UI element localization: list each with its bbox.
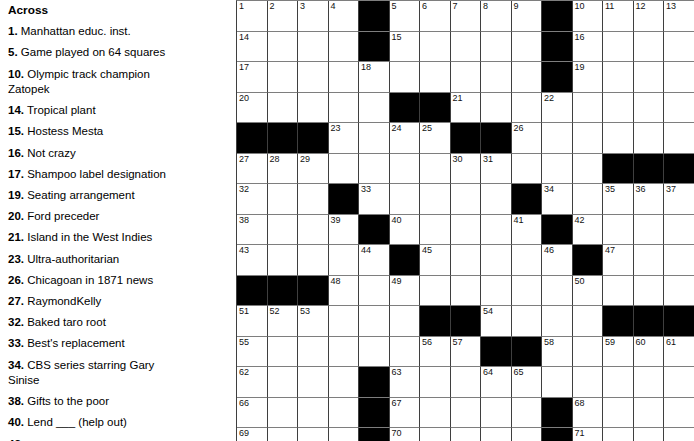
clue-17: 17. Shampoo label designation [8, 167, 186, 183]
cell-r11c11[interactable] [542, 306, 573, 337]
cell-r3c1[interactable]: 17 [237, 62, 268, 93]
cell-r5c8 [451, 123, 482, 154]
cell-r10c11[interactable] [542, 276, 573, 307]
cell-r15c14[interactable] [634, 428, 665, 441]
cell-r13c3[interactable] [298, 367, 329, 398]
cell-r11c12[interactable] [573, 306, 604, 337]
cell-r13c2[interactable] [268, 367, 299, 398]
cell-r3c3[interactable] [298, 62, 329, 93]
cell-number: 8 [483, 2, 488, 11]
cell-r4c6 [390, 93, 421, 124]
cell-r8c1[interactable]: 38 [237, 215, 268, 246]
cell-r15c9[interactable] [481, 428, 512, 441]
cell-r2c1[interactable]: 14 [237, 32, 268, 63]
cell-r1c9[interactable]: 8 [481, 1, 512, 32]
clue-33: 33. Best's replacement [8, 336, 186, 352]
cell-r15c8[interactable] [451, 428, 482, 441]
cell-number: 3 [300, 2, 305, 11]
cell-r2c15[interactable] [664, 32, 694, 63]
cell-number: 4 [331, 2, 336, 11]
cell-r6c10[interactable] [512, 154, 543, 185]
cell-r13c1[interactable]: 62 [237, 367, 268, 398]
cell-number: 47 [605, 246, 615, 255]
clue-number: 32. [8, 316, 24, 328]
cell-r11c3[interactable]: 53 [298, 306, 329, 337]
cell-number: 28 [270, 155, 280, 164]
cell-r12c6[interactable] [390, 337, 421, 368]
cell-number: 20 [239, 94, 249, 103]
clue-38: 38. Gifts to the poor [8, 394, 186, 410]
cell-number: 38 [239, 216, 249, 225]
cell-number: 29 [300, 155, 310, 164]
cell-r14c2[interactable] [268, 398, 299, 429]
cell-r10c6[interactable]: 49 [390, 276, 421, 307]
cell-number: 41 [514, 216, 524, 225]
cell-r15c12[interactable]: 71 [573, 428, 604, 441]
cell-r7c3[interactable] [298, 184, 329, 215]
cell-r5c13[interactable] [603, 123, 634, 154]
cell-number: 37 [666, 185, 676, 194]
cell-r9c11[interactable]: 46 [542, 245, 573, 276]
cell-r6c1[interactable]: 27 [237, 154, 268, 185]
cell-r11c1[interactable]: 51 [237, 306, 268, 337]
cell-r3c10[interactable] [512, 62, 543, 93]
cell-r7c15[interactable]: 37 [664, 184, 694, 215]
cell-r1c1[interactable]: 1 [237, 1, 268, 32]
cell-number: 54 [483, 307, 493, 316]
cell-r9c4[interactable] [329, 245, 360, 276]
cell-r6c3[interactable]: 29 [298, 154, 329, 185]
cell-r2c7[interactable] [420, 32, 451, 63]
cell-number: 62 [239, 368, 249, 377]
cell-r10c4[interactable]: 48 [329, 276, 360, 307]
cell-number: 30 [453, 155, 463, 164]
cell-r2c3[interactable] [298, 32, 329, 63]
cell-r3c11 [542, 62, 573, 93]
cell-r8c5 [359, 215, 390, 246]
clue-5: 5. Game played on 64 squares [8, 45, 186, 61]
cell-r8c7[interactable] [420, 215, 451, 246]
cell-r8c14[interactable] [634, 215, 665, 246]
cell-r12c9 [481, 337, 512, 368]
cell-r6c7[interactable] [420, 154, 451, 185]
cell-r4c11[interactable]: 22 [542, 93, 573, 124]
cell-r11c4[interactable] [329, 306, 360, 337]
cell-r4c13[interactable] [603, 93, 634, 124]
cell-r12c4[interactable] [329, 337, 360, 368]
across-heading: Across [8, 3, 186, 19]
cell-r15c10[interactable] [512, 428, 543, 441]
cell-r13c5 [359, 367, 390, 398]
cell-number: 17 [239, 63, 249, 72]
cell-r10c2 [268, 276, 299, 307]
cell-r15c1[interactable]: 69 [237, 428, 268, 441]
cell-r5c15[interactable] [664, 123, 694, 154]
cell-number: 18 [361, 63, 371, 72]
clue-number: 5. [8, 46, 18, 58]
cell-r7c5[interactable]: 33 [359, 184, 390, 215]
cell-r9c12 [573, 245, 604, 276]
cell-r4c10[interactable] [512, 93, 543, 124]
cell-r12c13[interactable]: 59 [603, 337, 634, 368]
cell-r1c15[interactable]: 13 [664, 1, 694, 32]
cell-r3c5[interactable]: 18 [359, 62, 390, 93]
cell-number: 50 [575, 277, 585, 286]
cell-r7c4 [329, 184, 360, 215]
cell-r14c4[interactable] [329, 398, 360, 429]
cell-r6c15 [664, 154, 694, 185]
cell-r3c4[interactable] [329, 62, 360, 93]
cell-number: 2 [270, 2, 275, 11]
clue-number: 42. [8, 438, 24, 441]
cell-r2c4[interactable] [329, 32, 360, 63]
cell-r6c5[interactable] [359, 154, 390, 185]
cell-r14c11 [542, 398, 573, 429]
cell-number: 53 [300, 307, 310, 316]
cell-r8c4[interactable]: 39 [329, 215, 360, 246]
cell-r11c15 [664, 306, 694, 337]
cell-r8c15[interactable] [664, 215, 694, 246]
cell-r1c2[interactable]: 2 [268, 1, 299, 32]
clue-number: 40. [8, 416, 24, 428]
cell-r8c12[interactable]: 42 [573, 215, 604, 246]
cell-r4c2[interactable] [268, 93, 299, 124]
cell-r5c11[interactable] [542, 123, 573, 154]
cell-r13c14[interactable] [634, 367, 665, 398]
cell-number: 45 [422, 246, 432, 255]
cell-r2c2[interactable] [268, 32, 299, 63]
cell-number: 22 [544, 94, 554, 103]
cell-number: 15 [392, 33, 402, 42]
cell-r7c7[interactable] [420, 184, 451, 215]
cell-r4c14[interactable] [634, 93, 665, 124]
cell-number: 10 [575, 2, 585, 11]
cell-r10c1 [237, 276, 268, 307]
cell-r2c14[interactable] [634, 32, 665, 63]
cell-r6c4[interactable] [329, 154, 360, 185]
clue-21: 21. Island in the West Indies [8, 230, 186, 246]
cell-r15c3[interactable] [298, 428, 329, 441]
clue-23: 23. Ultra-authoritarian [8, 252, 186, 268]
cell-r15c13[interactable] [603, 428, 634, 441]
cell-r3c7[interactable] [420, 62, 451, 93]
cell-r15c2[interactable] [268, 428, 299, 441]
cell-r2c8[interactable] [451, 32, 482, 63]
cell-r12c14[interactable]: 60 [634, 337, 665, 368]
cell-number: 27 [239, 155, 249, 164]
cell-r13c9[interactable]: 64 [481, 367, 512, 398]
cell-r12c5[interactable] [359, 337, 390, 368]
cell-r9c14[interactable] [634, 245, 665, 276]
cell-r15c11 [542, 428, 573, 441]
clue-number: 14. [8, 104, 24, 116]
cell-r4c15[interactable] [664, 93, 694, 124]
clue-16: 16. Not crazy [8, 146, 186, 162]
cell-r9c13[interactable]: 47 [603, 245, 634, 276]
cell-r11c9[interactable]: 54 [481, 306, 512, 337]
cell-r1c8[interactable]: 7 [451, 1, 482, 32]
cell-r9c10[interactable] [512, 245, 543, 276]
clue-number: 38. [8, 395, 24, 407]
cell-number: 52 [270, 307, 280, 316]
cell-r5c7[interactable]: 25 [420, 123, 451, 154]
cell-number: 7 [453, 2, 458, 11]
cell-number: 13 [666, 2, 676, 11]
clue-number: 19. [8, 189, 24, 201]
cell-r10c8[interactable] [451, 276, 482, 307]
cell-number: 32 [239, 185, 249, 194]
cell-r4c7 [420, 93, 451, 124]
cell-r15c15[interactable] [664, 428, 694, 441]
cell-r9c8[interactable] [451, 245, 482, 276]
cell-r9c9[interactable] [481, 245, 512, 276]
cell-r14c14[interactable] [634, 398, 665, 429]
cell-number: 9 [514, 2, 519, 11]
cell-r14c9[interactable] [481, 398, 512, 429]
cell-number: 40 [392, 216, 402, 225]
clue-number: 33. [8, 337, 24, 349]
clue-19: 19. Seating arrangement [8, 188, 186, 204]
cell-number: 61 [666, 338, 676, 347]
cell-number: 33 [361, 185, 371, 194]
cell-r8c10[interactable]: 41 [512, 215, 543, 246]
cell-r13c11[interactable] [542, 367, 573, 398]
cell-r4c5[interactable] [359, 93, 390, 124]
cell-number: 36 [636, 185, 646, 194]
cell-r10c7[interactable] [420, 276, 451, 307]
cell-r1c4[interactable]: 4 [329, 1, 360, 32]
clue-14: 14. Tropical plant [8, 103, 186, 119]
cell-r11c14 [634, 306, 665, 337]
cell-r14c1[interactable]: 66 [237, 398, 268, 429]
cell-number: 56 [422, 338, 432, 347]
cell-r12c7[interactable]: 56 [420, 337, 451, 368]
cell-r10c9[interactable] [481, 276, 512, 307]
cell-r3c13[interactable] [603, 62, 634, 93]
cell-r1c6[interactable]: 5 [390, 1, 421, 32]
cell-r14c6[interactable]: 67 [390, 398, 421, 429]
cell-r1c7[interactable]: 6 [420, 1, 451, 32]
cell-number: 14 [239, 33, 249, 42]
cell-r2c6[interactable]: 15 [390, 32, 421, 63]
cell-r5c5[interactable] [359, 123, 390, 154]
cell-r1c14[interactable]: 12 [634, 1, 665, 32]
cell-r7c6[interactable] [390, 184, 421, 215]
cell-r8c3[interactable] [298, 215, 329, 246]
cell-r10c14[interactable] [634, 276, 665, 307]
cell-r5c3 [298, 123, 329, 154]
cell-number: 69 [239, 429, 249, 438]
clue-10: 10. Olympic track champion Zatopek [8, 67, 186, 98]
cell-number: 35 [605, 185, 615, 194]
cell-r8c9[interactable] [481, 215, 512, 246]
cell-number: 59 [605, 338, 615, 347]
clue-number: 23. [8, 253, 24, 265]
clue-number: 17. [8, 168, 24, 180]
cell-r3c9[interactable] [481, 62, 512, 93]
cell-r7c8[interactable] [451, 184, 482, 215]
cell-r6c11[interactable] [542, 154, 573, 185]
cell-r10c13[interactable] [603, 276, 634, 307]
cell-r5c4[interactable]: 23 [329, 123, 360, 154]
cell-number: 42 [575, 216, 585, 225]
cell-r6c9[interactable]: 31 [481, 154, 512, 185]
cell-r8c11 [542, 215, 573, 246]
cell-r7c11[interactable]: 34 [542, 184, 573, 215]
cell-number: 5 [392, 2, 397, 11]
cell-r14c8[interactable] [451, 398, 482, 429]
cell-r5c10[interactable]: 26 [512, 123, 543, 154]
cell-r13c15[interactable] [664, 367, 694, 398]
cell-r11c8 [451, 306, 482, 337]
cell-number: 60 [636, 338, 646, 347]
cell-r12c10 [512, 337, 543, 368]
cell-r10c15[interactable] [664, 276, 694, 307]
clue-1: 1. Manhattan educ. inst. [8, 24, 186, 40]
cell-r12c12[interactable] [573, 337, 604, 368]
cell-r10c10[interactable] [512, 276, 543, 307]
cell-number: 51 [239, 307, 249, 316]
cell-r2c5 [359, 32, 390, 63]
cell-r9c15[interactable] [664, 245, 694, 276]
cell-r7c13[interactable]: 35 [603, 184, 634, 215]
cell-r5c6[interactable]: 24 [390, 123, 421, 154]
cell-r8c2[interactable] [268, 215, 299, 246]
cell-r14c3[interactable] [298, 398, 329, 429]
cell-r12c1[interactable]: 55 [237, 337, 268, 368]
cell-r3c6[interactable] [390, 62, 421, 93]
cell-r12c2[interactable] [268, 337, 299, 368]
cell-r1c13[interactable]: 11 [603, 1, 634, 32]
cell-r11c2[interactable]: 52 [268, 306, 299, 337]
cell-r7c2[interactable] [268, 184, 299, 215]
cell-r15c6[interactable]: 70 [390, 428, 421, 441]
cell-r7c14[interactable]: 36 [634, 184, 665, 215]
cell-number: 71 [575, 429, 585, 438]
cell-r4c1[interactable]: 20 [237, 93, 268, 124]
cell-r15c7[interactable] [420, 428, 451, 441]
cell-r1c3[interactable]: 3 [298, 1, 329, 32]
cell-r2c13[interactable] [603, 32, 634, 63]
cell-r9c2[interactable] [268, 245, 299, 276]
cell-number: 11 [605, 2, 614, 11]
cell-r3c8[interactable] [451, 62, 482, 93]
cell-r11c13 [603, 306, 634, 337]
cell-r13c13[interactable] [603, 367, 634, 398]
cell-r2c12[interactable]: 16 [573, 32, 604, 63]
cell-r11c6[interactable] [390, 306, 421, 337]
clue-15: 15. Hostess Mesta [8, 124, 186, 140]
cell-number: 16 [575, 33, 585, 42]
cell-number: 1 [239, 2, 244, 11]
cell-r11c5[interactable] [359, 306, 390, 337]
clue-number: 21. [8, 231, 24, 243]
cell-r13c6[interactable]: 63 [390, 367, 421, 398]
cell-r9c1[interactable]: 43 [237, 245, 268, 276]
cell-r14c5 [359, 398, 390, 429]
clue-27: 27. RaymondKelly [8, 294, 186, 310]
cell-r10c3 [298, 276, 329, 307]
cell-r8c13[interactable] [603, 215, 634, 246]
clue-number: 1. [8, 25, 18, 37]
cell-r3c12[interactable]: 19 [573, 62, 604, 93]
cell-r3c14[interactable] [634, 62, 665, 93]
cell-r6c12[interactable] [573, 154, 604, 185]
cell-r10c5[interactable] [359, 276, 390, 307]
cell-r12c15[interactable]: 61 [664, 337, 694, 368]
cell-r1c10[interactable]: 9 [512, 1, 543, 32]
cell-r12c11[interactable]: 58 [542, 337, 573, 368]
cell-r12c3[interactable] [298, 337, 329, 368]
cell-number: 12 [636, 2, 646, 11]
cell-number: 26 [514, 124, 524, 133]
cell-r7c1[interactable]: 32 [237, 184, 268, 215]
cell-r14c10[interactable] [512, 398, 543, 429]
cell-r10c12[interactable]: 50 [573, 276, 604, 307]
cell-r13c8[interactable] [451, 367, 482, 398]
cell-r4c8[interactable]: 21 [451, 93, 482, 124]
cell-r8c6[interactable]: 40 [390, 215, 421, 246]
clue-34: 34. CBS series starring Gary Sinise [8, 358, 186, 389]
cell-r1c12[interactable]: 10 [573, 1, 604, 32]
clue-40: 40. Lend ___ (help out) [8, 415, 186, 431]
cell-r2c10[interactable] [512, 32, 543, 63]
cell-r15c4[interactable] [329, 428, 360, 441]
cell-r13c4[interactable] [329, 367, 360, 398]
cell-r9c5[interactable]: 44 [359, 245, 390, 276]
clue-20: 20. Ford preceder [8, 209, 186, 225]
cell-r4c12[interactable] [573, 93, 604, 124]
cell-r12c8[interactable]: 57 [451, 337, 482, 368]
cell-r6c2[interactable]: 28 [268, 154, 299, 185]
cell-r11c10[interactable] [512, 306, 543, 337]
clue-number: 16. [8, 147, 24, 159]
cell-r3c2[interactable] [268, 62, 299, 93]
cell-r13c7[interactable] [420, 367, 451, 398]
cell-r6c8[interactable]: 30 [451, 154, 482, 185]
cell-number: 43 [239, 246, 249, 255]
cell-number: 25 [422, 124, 432, 133]
clue-number: 20. [8, 210, 24, 222]
cell-r5c12[interactable] [573, 123, 604, 154]
cell-r4c3[interactable] [298, 93, 329, 124]
cell-r2c9[interactable] [481, 32, 512, 63]
cell-r7c10 [512, 184, 543, 215]
cell-r14c15[interactable] [664, 398, 694, 429]
cell-r3c15[interactable] [664, 62, 694, 93]
cell-r14c7[interactable] [420, 398, 451, 429]
cell-r9c7[interactable]: 45 [420, 245, 451, 276]
clue-number: 27. [8, 295, 24, 307]
cell-r9c3[interactable] [298, 245, 329, 276]
cell-r5c14[interactable] [634, 123, 665, 154]
cell-r13c12[interactable] [573, 367, 604, 398]
cell-number: 23 [331, 124, 341, 133]
cell-r14c13[interactable] [603, 398, 634, 429]
cell-r4c9[interactable] [481, 93, 512, 124]
cell-number: 31 [483, 155, 493, 164]
cell-r14c12[interactable]: 68 [573, 398, 604, 429]
across-clue-panel: Across 1. Manhattan educ. inst.5. Game p… [8, 3, 186, 441]
cell-r5c1 [237, 123, 268, 154]
cell-r6c6[interactable] [390, 154, 421, 185]
cell-r13c10[interactable]: 65 [512, 367, 543, 398]
cell-number: 34 [544, 185, 554, 194]
cell-r7c12[interactable] [573, 184, 604, 215]
cell-r4c4[interactable] [329, 93, 360, 124]
cell-r8c8[interactable] [451, 215, 482, 246]
cell-r7c9[interactable] [481, 184, 512, 215]
